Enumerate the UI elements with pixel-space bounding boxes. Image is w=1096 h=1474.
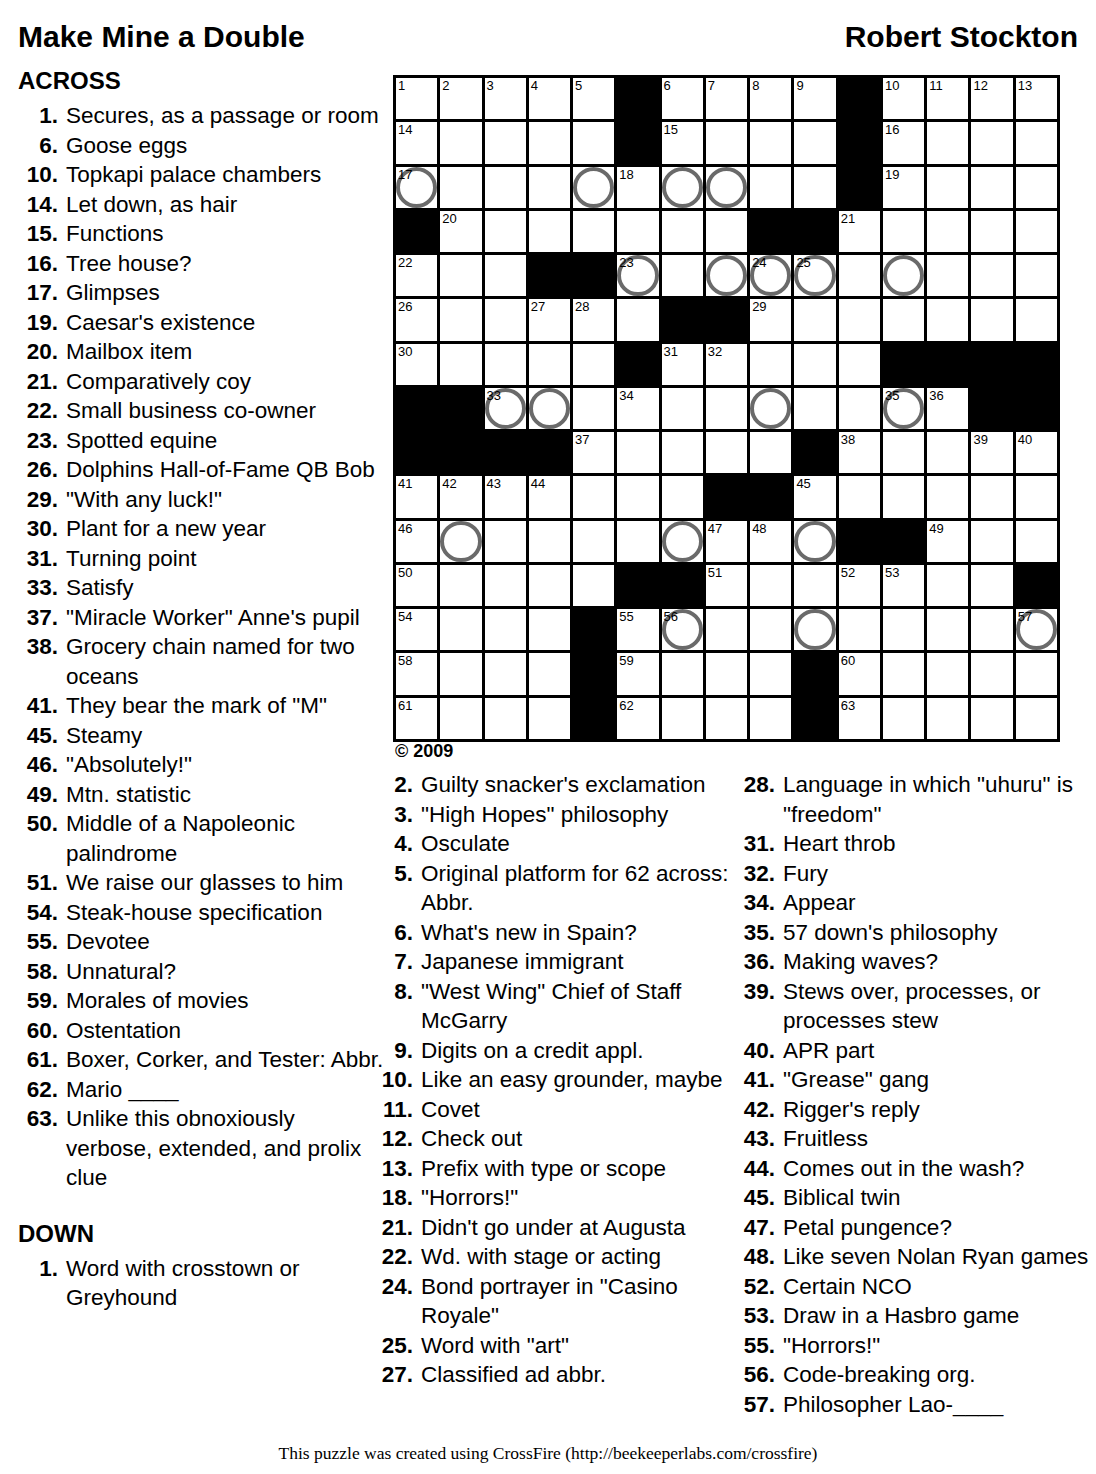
grid-cell[interactable]: 28 (573, 299, 614, 340)
grid-cell[interactable] (1016, 476, 1057, 517)
grid-cell[interactable]: 48 (750, 521, 791, 562)
grid-cell[interactable] (927, 255, 968, 296)
grid-cell[interactable] (750, 432, 791, 473)
grid-cell[interactable]: 46 (396, 521, 437, 562)
grid-cell[interactable] (706, 122, 747, 163)
clue-text: Dolphins Hall-of-Fame QB Bob (58, 455, 384, 485)
grid-cell[interactable] (617, 432, 658, 473)
clue-number: 63. (14, 1104, 58, 1193)
grid-cell[interactable]: 58 (396, 653, 437, 694)
grid-cell[interactable] (529, 122, 570, 163)
grid-cell[interactable] (573, 521, 614, 562)
clue-text: "Horrors!" (775, 1331, 1089, 1361)
grid-cell[interactable]: 27 (529, 299, 570, 340)
clue-number: 1. (14, 101, 58, 131)
grid-cell[interactable] (529, 167, 570, 208)
grid-cell[interactable] (485, 609, 526, 650)
grid-cell-block (794, 432, 835, 473)
grid-cell-block (662, 299, 703, 340)
grid-cell[interactable] (573, 476, 614, 517)
down-clue-list-part3: 28.Language in which "uhuru" is "freedom… (731, 770, 1091, 1419)
cell-number: 44 (531, 476, 545, 491)
grid-cell[interactable]: 60 (839, 653, 880, 694)
clue-number: 1. (14, 1254, 58, 1313)
grid-cell[interactable]: 10 (883, 78, 924, 119)
grid-cell[interactable] (750, 167, 791, 208)
grid-cell[interactable] (662, 521, 703, 562)
clue-text: Ostentation (58, 1016, 384, 1046)
grid-cell[interactable]: 62 (617, 698, 658, 739)
grid-cell[interactable] (1016, 167, 1057, 208)
circle-marker (662, 521, 703, 562)
grid-cell[interactable] (573, 211, 614, 252)
grid-cell-block (971, 344, 1012, 385)
grid-cell[interactable] (529, 698, 570, 739)
clue-number: 51. (14, 868, 58, 898)
grid-cell[interactable]: 51 (706, 565, 747, 606)
grid-cell[interactable] (794, 388, 835, 429)
grid-cell[interactable] (440, 565, 481, 606)
grid-cell[interactable] (529, 565, 570, 606)
grid-cell[interactable]: 34 (617, 388, 658, 429)
grid-cell[interactable]: 33 (485, 388, 526, 429)
grid-cell[interactable] (706, 609, 747, 650)
grid-cell[interactable] (1016, 122, 1057, 163)
clue-text: Classified ad abbr. (413, 1360, 735, 1390)
grid-cell[interactable] (440, 344, 481, 385)
grid-cell[interactable] (662, 388, 703, 429)
grid-cell[interactable]: 43 (485, 476, 526, 517)
grid-cell[interactable]: 47 (706, 521, 747, 562)
clue-number: 48. (731, 1242, 775, 1272)
clue-number: 45. (14, 721, 58, 751)
grid-cell[interactable]: 38 (839, 432, 880, 473)
grid-cell[interactable] (706, 388, 747, 429)
grid-cell[interactable]: 8 (750, 78, 791, 119)
grid-cell[interactable]: 41 (396, 476, 437, 517)
clue-text: Plant for a new year (58, 514, 384, 544)
clue-item: 4.Osculate (369, 829, 735, 859)
grid-cell[interactable]: 42 (440, 476, 481, 517)
grid-cell[interactable]: 50 (396, 565, 437, 606)
grid-cell[interactable] (971, 255, 1012, 296)
grid-cell[interactable] (750, 609, 791, 650)
cell-number: 11 (929, 78, 943, 93)
grid-cell[interactable] (971, 609, 1012, 650)
grid-cell[interactable] (529, 388, 570, 429)
clue-text: Guilty snacker's exclamation (413, 770, 735, 800)
grid-cell[interactable]: 53 (883, 565, 924, 606)
grid-cell[interactable]: 21 (839, 211, 880, 252)
grid-cell[interactable] (750, 344, 791, 385)
grid-cell-block (794, 698, 835, 739)
grid-cell[interactable]: 11 (927, 78, 968, 119)
clue-number: 40. (731, 1036, 775, 1066)
grid-cell[interactable] (794, 565, 835, 606)
cell-number: 29 (752, 299, 766, 314)
clue-item: 26.Dolphins Hall-of-Fame QB Bob (14, 455, 388, 485)
grid-cell[interactable] (573, 344, 614, 385)
grid-cell[interactable] (485, 565, 526, 606)
grid-cell[interactable]: 1 (396, 78, 437, 119)
clue-item: 38.Grocery chain named for two oceans (14, 632, 388, 691)
grid-cell[interactable]: 5 (573, 78, 614, 119)
grid-cell[interactable] (573, 388, 614, 429)
grid-cell[interactable] (839, 476, 880, 517)
circle-marker (706, 255, 747, 296)
grid-cell-block (617, 78, 658, 119)
clue-number: 57. (731, 1390, 775, 1420)
cell-number: 55 (619, 609, 633, 624)
clue-number: 7. (369, 947, 413, 977)
grid-cell[interactable] (617, 299, 658, 340)
grid-cell[interactable] (662, 167, 703, 208)
grid-cell[interactable] (662, 476, 703, 517)
cell-number: 19 (885, 167, 899, 182)
grid-cell[interactable]: 44 (529, 476, 570, 517)
clue-text: Code-breaking org. (775, 1360, 1089, 1390)
clue-number: 35. (731, 918, 775, 948)
grid-cell[interactable] (485, 122, 526, 163)
grid-cell[interactable] (927, 122, 968, 163)
grid-cell[interactable]: 14 (396, 122, 437, 163)
grid-cell[interactable] (927, 609, 968, 650)
grid-cell[interactable] (1016, 698, 1057, 739)
grid-cell[interactable]: 25 (794, 255, 835, 296)
clue-text: Mailbox item (58, 337, 384, 367)
grid-cell[interactable] (662, 698, 703, 739)
grid-cell[interactable] (706, 211, 747, 252)
grid-cell[interactable] (794, 167, 835, 208)
clue-text: Devotee (58, 927, 384, 957)
grid-cell[interactable]: 36 (927, 388, 968, 429)
grid-cell-block (573, 255, 614, 296)
cell-number: 25 (796, 255, 810, 270)
grid-cell[interactable] (839, 344, 880, 385)
cell-number: 46 (398, 521, 412, 536)
grid-cell[interactable]: 54 (396, 609, 437, 650)
clue-number: 19. (14, 308, 58, 338)
grid-cell[interactable] (750, 388, 791, 429)
clue-item: 41.They bear the mark of "M" (14, 691, 388, 721)
cell-number: 57 (1018, 609, 1032, 624)
grid-cell[interactable]: 49 (927, 521, 968, 562)
grid-cell[interactable] (573, 167, 614, 208)
grid-cell[interactable] (662, 432, 703, 473)
clue-number: 10. (14, 160, 58, 190)
grid-cell[interactable] (971, 476, 1012, 517)
grid-cell[interactable] (883, 476, 924, 517)
grid-cell[interactable] (750, 653, 791, 694)
grid-cell[interactable] (1016, 211, 1057, 252)
clue-item: 40.APR part (731, 1036, 1091, 1066)
grid-cell[interactable] (662, 211, 703, 252)
grid-cell[interactable] (927, 432, 968, 473)
grid-cell[interactable]: 3 (485, 78, 526, 119)
grid-cell[interactable] (971, 565, 1012, 606)
clue-number: 45. (731, 1183, 775, 1213)
grid-cell[interactable] (529, 609, 570, 650)
clue-text: Language in which "uhuru" is "freedom" (775, 770, 1089, 829)
grid-cell[interactable] (971, 299, 1012, 340)
grid-cell[interactable] (529, 653, 570, 694)
grid-cell[interactable] (927, 565, 968, 606)
grid-cell[interactable] (706, 698, 747, 739)
grid-cell[interactable]: 23 (617, 255, 658, 296)
grid-cell-block (396, 211, 437, 252)
grid-cell[interactable]: 26 (396, 299, 437, 340)
grid-cell[interactable] (750, 565, 791, 606)
grid-cell[interactable] (927, 653, 968, 694)
crossword-grid: 1234567891011121314151617181920212223242… (393, 75, 1060, 742)
grid-cell[interactable]: 4 (529, 78, 570, 119)
clue-item: 16.Tree house? (14, 249, 388, 279)
cell-number: 47 (708, 521, 722, 536)
grid-cell[interactable]: 6 (662, 78, 703, 119)
grid-cell[interactable] (440, 122, 481, 163)
grid-cell[interactable] (971, 653, 1012, 694)
clue-number: 43. (731, 1124, 775, 1154)
footer-credit: This puzzle was created using CrossFire … (0, 1443, 1096, 1464)
grid-cell[interactable] (883, 698, 924, 739)
down-clue-list-part1: 1.Word with crosstown or Greyhound (14, 1254, 388, 1313)
grid-cell[interactable] (927, 167, 968, 208)
grid-cell[interactable]: 40 (1016, 432, 1057, 473)
cell-number: 2 (442, 78, 449, 93)
grid-cell[interactable]: 31 (662, 344, 703, 385)
grid-cell[interactable]: 22 (396, 255, 437, 296)
grid-cell[interactable] (617, 476, 658, 517)
grid-cell[interactable] (883, 432, 924, 473)
grid-cell[interactable] (440, 167, 481, 208)
clue-item: 51.We raise our glasses to him (14, 868, 388, 898)
cell-number: 41 (398, 476, 412, 491)
grid-cell[interactable] (706, 255, 747, 296)
clue-item: 34.Appear (731, 888, 1091, 918)
grid-cell[interactable] (485, 344, 526, 385)
grid-cell-block (485, 432, 526, 473)
clue-number: 62. (14, 1075, 58, 1105)
grid-cell[interactable] (794, 609, 835, 650)
grid-cell[interactable] (440, 609, 481, 650)
grid-cell-block (971, 388, 1012, 429)
grid-cell[interactable] (529, 344, 570, 385)
grid-cell[interactable] (1016, 521, 1057, 562)
circle-marker (794, 609, 835, 650)
grid-cell-block (573, 609, 614, 650)
grid-cell[interactable]: 39 (971, 432, 1012, 473)
grid-cell[interactable] (617, 211, 658, 252)
grid-cell[interactable] (1016, 255, 1057, 296)
grid-cell[interactable]: 52 (839, 565, 880, 606)
cell-number: 10 (885, 78, 899, 93)
grid-cell-block (529, 432, 570, 473)
grid-cell[interactable]: 20 (440, 211, 481, 252)
down-clues-column-right: 28.Language in which "uhuru" is "freedom… (731, 770, 1091, 1419)
grid-cell[interactable] (971, 211, 1012, 252)
grid-cell[interactable] (883, 211, 924, 252)
clue-number: 11. (369, 1095, 413, 1125)
grid-cell[interactable] (573, 565, 614, 606)
grid-cell[interactable]: 57 (1016, 609, 1057, 650)
clue-text: Philosopher Lao-____ (775, 1390, 1089, 1420)
grid-cell[interactable] (1016, 653, 1057, 694)
clue-text: Secures, as a passage or room (58, 101, 384, 131)
grid-cell[interactable] (883, 255, 924, 296)
clue-item: 57.Philosopher Lao-____ (731, 1390, 1091, 1420)
cell-number: 52 (841, 565, 855, 580)
clue-number: 39. (731, 977, 775, 1036)
grid-cell[interactable] (750, 122, 791, 163)
grid-cell[interactable]: 2 (440, 78, 481, 119)
grid-cell[interactable]: 18 (617, 167, 658, 208)
grid-cell[interactable] (1016, 299, 1057, 340)
grid-cell[interactable] (529, 211, 570, 252)
grid-cell[interactable] (617, 521, 658, 562)
grid-cell[interactable] (839, 255, 880, 296)
grid-cell[interactable]: 9 (794, 78, 835, 119)
clue-text: Fruitless (775, 1124, 1089, 1154)
grid-cell[interactable] (971, 122, 1012, 163)
clue-text: Wd. with stage or acting (413, 1242, 735, 1272)
clue-number: 55. (14, 927, 58, 957)
grid-cell[interactable]: 63 (839, 698, 880, 739)
grid-cell[interactable] (440, 255, 481, 296)
clue-number: 25. (369, 1331, 413, 1361)
clue-text: Making waves? (775, 947, 1089, 977)
clue-text: What's new in Spain? (413, 918, 735, 948)
grid-cell[interactable]: 59 (617, 653, 658, 694)
clue-number: 18. (369, 1183, 413, 1213)
grid-cell[interactable] (927, 211, 968, 252)
grid-cell[interactable]: 30 (396, 344, 437, 385)
grid-cell[interactable]: 13 (1016, 78, 1057, 119)
grid-cell[interactable] (485, 255, 526, 296)
cell-number: 26 (398, 299, 412, 314)
grid-cell[interactable] (883, 609, 924, 650)
grid-cell[interactable] (573, 122, 614, 163)
grid-cell[interactable]: 15 (662, 122, 703, 163)
grid-cell[interactable] (485, 211, 526, 252)
grid-cell[interactable] (794, 344, 835, 385)
cell-number: 56 (664, 609, 678, 624)
clue-item: 42.Rigger's reply (731, 1095, 1091, 1125)
grid-cell-block (1016, 344, 1057, 385)
clue-number: 47. (731, 1213, 775, 1243)
grid-cell[interactable] (794, 521, 835, 562)
grid-cell[interactable] (706, 432, 747, 473)
clue-number: 17. (14, 278, 58, 308)
clue-item: 61.Boxer, Corker, and Tester: Abbr. (14, 1045, 388, 1075)
clue-text: Functions (58, 219, 384, 249)
clue-item: 47.Petal pungence? (731, 1213, 1091, 1243)
grid-cell[interactable]: 29 (750, 299, 791, 340)
grid-cell[interactable] (485, 521, 526, 562)
clue-number: 34. (731, 888, 775, 918)
grid-cell[interactable] (485, 698, 526, 739)
cell-number: 51 (708, 565, 722, 580)
grid-cell[interactable] (794, 122, 835, 163)
clue-item: 52.Certain NCO (731, 1272, 1091, 1302)
clue-number: 42. (731, 1095, 775, 1125)
grid-cell[interactable] (971, 521, 1012, 562)
grid-cell[interactable]: 37 (573, 432, 614, 473)
grid-cell[interactable] (485, 299, 526, 340)
grid-cell[interactable]: 45 (794, 476, 835, 517)
grid-cell[interactable]: 56 (662, 609, 703, 650)
grid-cell-block (839, 521, 880, 562)
clue-item: 13.Prefix with type or scope (369, 1154, 735, 1184)
grid-cell[interactable] (440, 521, 481, 562)
grid-cell[interactable]: 55 (617, 609, 658, 650)
grid-cell[interactable] (662, 653, 703, 694)
clue-number: 44. (731, 1154, 775, 1184)
clue-number: 56. (731, 1360, 775, 1390)
clue-item: 59.Morales of movies (14, 986, 388, 1016)
grid-cell[interactable]: 12 (971, 78, 1012, 119)
grid-cell-block (440, 432, 481, 473)
clue-text: Satisfy (58, 573, 384, 603)
clue-number: 54. (14, 898, 58, 928)
grid-cell[interactable] (440, 698, 481, 739)
grid-cell[interactable] (485, 167, 526, 208)
grid-cell[interactable] (529, 521, 570, 562)
grid-cell[interactable] (971, 698, 1012, 739)
grid-cell[interactable]: 7 (706, 78, 747, 119)
clue-item: 48.Like seven Nolan Ryan games (731, 1242, 1091, 1272)
cell-number: 4 (531, 78, 538, 93)
grid-cell[interactable]: 32 (706, 344, 747, 385)
clue-number: 60. (14, 1016, 58, 1046)
clue-text: Topkapi palace chambers (58, 160, 384, 190)
grid-cell[interactable]: 19 (883, 167, 924, 208)
grid-cell[interactable] (794, 299, 835, 340)
grid-cell[interactable] (883, 653, 924, 694)
grid-cell[interactable] (971, 167, 1012, 208)
grid-cell-block (794, 211, 835, 252)
clue-item: 10.Topkapi palace chambers (14, 160, 388, 190)
grid-cell[interactable] (839, 299, 880, 340)
copyright-note: © 2009 (395, 741, 453, 762)
grid-cell[interactable]: 17 (396, 167, 437, 208)
grid-cell[interactable] (750, 698, 791, 739)
grid-cell[interactable] (927, 299, 968, 340)
grid-cell[interactable] (706, 167, 747, 208)
grid-cell[interactable] (440, 653, 481, 694)
grid-cell[interactable]: 16 (883, 122, 924, 163)
grid-cell[interactable] (883, 299, 924, 340)
cell-number: 50 (398, 565, 412, 580)
grid-cell[interactable] (927, 698, 968, 739)
grid-cell[interactable] (839, 388, 880, 429)
grid-cell[interactable]: 24 (750, 255, 791, 296)
clue-item: 62.Mario ____ (14, 1075, 388, 1105)
grid-cell[interactable]: 35 (883, 388, 924, 429)
clue-number: 20. (14, 337, 58, 367)
grid-cell[interactable] (440, 299, 481, 340)
grid-cell[interactable] (839, 609, 880, 650)
across-clues-column: ACROSS 1.Secures, as a passage or room6.… (14, 66, 388, 1313)
grid-cell[interactable] (662, 255, 703, 296)
clue-item: 20.Mailbox item (14, 337, 388, 367)
grid-cell[interactable] (927, 476, 968, 517)
cell-number: 48 (752, 521, 766, 536)
grid-cell[interactable] (485, 653, 526, 694)
grid-cell[interactable]: 61 (396, 698, 437, 739)
clue-number: 36. (731, 947, 775, 977)
clue-item: 12.Check out (369, 1124, 735, 1154)
grid-cell[interactable] (706, 653, 747, 694)
